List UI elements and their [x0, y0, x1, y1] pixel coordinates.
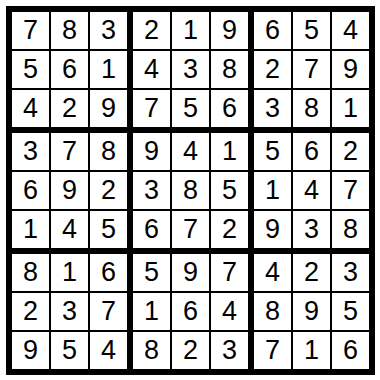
cell-r2c8[interactable]: 7 — [293, 51, 330, 88]
cell-r7c4[interactable]: 5 — [133, 254, 170, 291]
cell-r5c2[interactable]: 9 — [51, 172, 88, 209]
cell-r9c5[interactable]: 2 — [172, 332, 209, 369]
cell-r6c8[interactable]: 3 — [293, 211, 330, 248]
cell-r3c3[interactable]: 9 — [90, 90, 127, 127]
cell-r2c4[interactable]: 4 — [133, 51, 170, 88]
cell-r2c5[interactable]: 3 — [172, 51, 209, 88]
cell-r5c1[interactable]: 6 — [12, 172, 49, 209]
cell-r7c9[interactable]: 3 — [332, 254, 369, 291]
cell-r3c7[interactable]: 3 — [254, 90, 291, 127]
cell-r1c3[interactable]: 3 — [90, 12, 127, 49]
cell-r9c6[interactable]: 3 — [211, 332, 248, 369]
cell-r4c3[interactable]: 8 — [90, 133, 127, 170]
cell-r2c9[interactable]: 9 — [332, 51, 369, 88]
cell-r3c8[interactable]: 8 — [293, 90, 330, 127]
sudoku-block-1: 219438756 — [133, 12, 248, 127]
cell-r4c2[interactable]: 7 — [51, 133, 88, 170]
cell-r7c7[interactable]: 4 — [254, 254, 291, 291]
cell-r4c4[interactable]: 9 — [133, 133, 170, 170]
cell-r2c1[interactable]: 5 — [12, 51, 49, 88]
sudoku-block-2: 654279381 — [254, 12, 369, 127]
cell-r1c9[interactable]: 4 — [332, 12, 369, 49]
cell-r8c6[interactable]: 4 — [211, 293, 248, 330]
sudoku-board: 7835614292194387566542793813786921459413… — [6, 6, 375, 375]
cell-r6c7[interactable]: 9 — [254, 211, 291, 248]
cell-r1c7[interactable]: 6 — [254, 12, 291, 49]
sudoku-block-8: 423895716 — [254, 254, 369, 369]
sudoku-block-6: 816237954 — [12, 254, 127, 369]
cell-r5c3[interactable]: 2 — [90, 172, 127, 209]
cell-r4c1[interactable]: 3 — [12, 133, 49, 170]
cell-r2c6[interactable]: 8 — [211, 51, 248, 88]
cell-r7c8[interactable]: 2 — [293, 254, 330, 291]
cell-r9c4[interactable]: 8 — [133, 332, 170, 369]
cell-r1c5[interactable]: 1 — [172, 12, 209, 49]
sudoku-block-5: 562147938 — [254, 133, 369, 248]
cell-r4c5[interactable]: 4 — [172, 133, 209, 170]
cell-r3c6[interactable]: 6 — [211, 90, 248, 127]
cell-r8c1[interactable]: 2 — [12, 293, 49, 330]
cell-r1c2[interactable]: 8 — [51, 12, 88, 49]
cell-r4c9[interactable]: 2 — [332, 133, 369, 170]
cell-r8c4[interactable]: 1 — [133, 293, 170, 330]
cell-r9c8[interactable]: 1 — [293, 332, 330, 369]
cell-r3c2[interactable]: 2 — [51, 90, 88, 127]
cell-r7c2[interactable]: 1 — [51, 254, 88, 291]
cell-r3c4[interactable]: 7 — [133, 90, 170, 127]
cell-r1c6[interactable]: 9 — [211, 12, 248, 49]
cell-r1c1[interactable]: 7 — [12, 12, 49, 49]
sudoku-block-4: 941385672 — [133, 133, 248, 248]
cell-r3c5[interactable]: 5 — [172, 90, 209, 127]
sudoku-block-7: 597164823 — [133, 254, 248, 369]
cell-r8c7[interactable]: 8 — [254, 293, 291, 330]
cell-r7c6[interactable]: 7 — [211, 254, 248, 291]
sudoku-block-0: 783561429 — [12, 12, 127, 127]
cell-r2c7[interactable]: 2 — [254, 51, 291, 88]
cell-r5c6[interactable]: 5 — [211, 172, 248, 209]
cell-r5c8[interactable]: 4 — [293, 172, 330, 209]
cell-r2c2[interactable]: 6 — [51, 51, 88, 88]
cell-r4c7[interactable]: 5 — [254, 133, 291, 170]
cell-r6c4[interactable]: 6 — [133, 211, 170, 248]
cell-r6c1[interactable]: 1 — [12, 211, 49, 248]
cell-r8c5[interactable]: 6 — [172, 293, 209, 330]
cell-r6c2[interactable]: 4 — [51, 211, 88, 248]
cell-r5c9[interactable]: 7 — [332, 172, 369, 209]
cell-r4c8[interactable]: 6 — [293, 133, 330, 170]
cell-r5c4[interactable]: 3 — [133, 172, 170, 209]
cell-r6c3[interactable]: 5 — [90, 211, 127, 248]
cell-r9c7[interactable]: 7 — [254, 332, 291, 369]
cell-r7c5[interactable]: 9 — [172, 254, 209, 291]
cell-r8c9[interactable]: 5 — [332, 293, 369, 330]
cell-r9c2[interactable]: 5 — [51, 332, 88, 369]
cell-r9c1[interactable]: 9 — [12, 332, 49, 369]
cell-r7c1[interactable]: 8 — [12, 254, 49, 291]
cell-r2c3[interactable]: 1 — [90, 51, 127, 88]
cell-r9c3[interactable]: 4 — [90, 332, 127, 369]
cell-r8c3[interactable]: 7 — [90, 293, 127, 330]
cell-r6c6[interactable]: 2 — [211, 211, 248, 248]
cell-r4c6[interactable]: 1 — [211, 133, 248, 170]
sudoku-block-3: 378692145 — [12, 133, 127, 248]
cell-r6c5[interactable]: 7 — [172, 211, 209, 248]
cell-r5c7[interactable]: 1 — [254, 172, 291, 209]
cell-r8c2[interactable]: 3 — [51, 293, 88, 330]
cell-r3c9[interactable]: 1 — [332, 90, 369, 127]
cell-r7c3[interactable]: 6 — [90, 254, 127, 291]
cell-r5c5[interactable]: 8 — [172, 172, 209, 209]
cell-r1c4[interactable]: 2 — [133, 12, 170, 49]
cell-r1c8[interactable]: 5 — [293, 12, 330, 49]
cell-r6c9[interactable]: 8 — [332, 211, 369, 248]
cell-r9c9[interactable]: 6 — [332, 332, 369, 369]
cell-r8c8[interactable]: 9 — [293, 293, 330, 330]
cell-r3c1[interactable]: 4 — [12, 90, 49, 127]
